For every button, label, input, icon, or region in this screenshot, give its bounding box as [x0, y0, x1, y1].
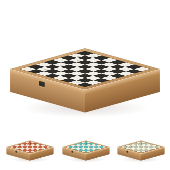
drawer-handle[interactable] — [72, 151, 74, 153]
piece-glyph: ♜ — [84, 147, 87, 152]
board-square — [44, 69, 60, 73]
chess-board-3d: ♜♞♝♛♚♝♞♜♟♟♟♟♟♟♟♟♟♟♟♟♟♟♟♟♜♞♝♛♚♝♞♜ — [117, 140, 164, 153]
piece-glyph: ♟ — [33, 62, 39, 72]
board-square — [52, 71, 68, 75]
board-square — [73, 147, 78, 148]
piece-glyph: ♟ — [125, 145, 127, 148]
piece-glyph: ♜ — [139, 147, 142, 152]
drawer-handle[interactable] — [39, 81, 45, 87]
board-square — [36, 71, 52, 75]
board-square — [52, 76, 68, 80]
chess-board-3d: ♜♞♝♛♚♝♞♜♟♟♟♟♟♟♟♟♟♟♟♟♟♟♟♟♜♞♝♛♚♝♞♜ — [62, 140, 109, 153]
board-square — [76, 148, 81, 149]
board-square — [128, 147, 133, 148]
drawer-handle[interactable] — [127, 151, 129, 153]
piece-glyph: ♟ — [14, 145, 16, 148]
board-square — [17, 147, 22, 148]
chess-board-3d: ♜♞♝♛♚♝♞♜♟♟♟♟♟♟♟♟♟♟♟♟♟♟♟♟♜♞♝♛♚♝♞♜ — [6, 140, 53, 153]
board-square — [44, 73, 60, 77]
chess-board-3d: ♜♞♝♛♚♝♞♜♟♟♟♟♟♟♟♟♟♟♟♟♟♟♟♟♜♞♝♛♚♝♞♜ — [10, 48, 160, 89]
drawer-handle[interactable] — [16, 151, 18, 153]
board-square — [20, 148, 25, 149]
product-image: ♜♞♝♛♚♝♞♜♟♟♟♟♟♟♟♟♟♟♟♟♟♟♟♟♜♞♝♛♚♝♞♜ ♜♞♝♛♚♝♞… — [0, 0, 170, 170]
piece-glyph: ♜ — [80, 70, 90, 86]
piece-glyph: ♟ — [70, 145, 72, 148]
piece-glyph: ♜ — [28, 147, 31, 152]
board-square — [131, 148, 136, 149]
